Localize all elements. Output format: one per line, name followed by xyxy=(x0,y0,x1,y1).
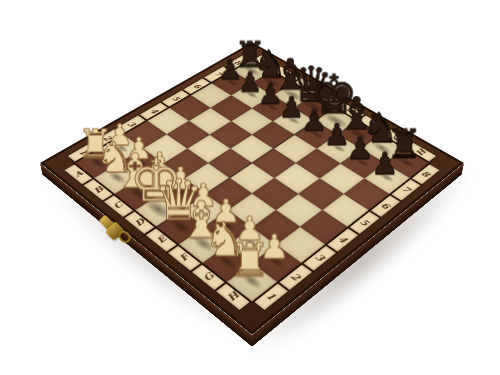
chess-board: ABCDEFGH 87654321 ABCDEFGH 87654321 ♜♞♝♛… xyxy=(40,42,464,335)
perspective-scene: ABCDEFGH 87654321 ABCDEFGH 87654321 ♜♞♝♛… xyxy=(0,0,500,375)
piece-black-pawn: ♟ xyxy=(353,148,418,179)
piece-white-rook: ♜ xyxy=(213,237,287,283)
product-photo: ABCDEFGH 87654321 ABCDEFGH 87654321 ♜♞♝♛… xyxy=(0,0,500,375)
